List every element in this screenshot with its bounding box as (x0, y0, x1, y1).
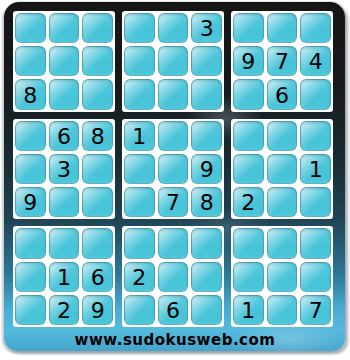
sudoku-box: 17 (231, 226, 333, 327)
sudoku-cell[interactable] (124, 228, 155, 258)
sudoku-cell[interactable] (82, 154, 113, 184)
sudoku-cell[interactable] (191, 121, 222, 151)
sudoku-cell[interactable] (267, 121, 298, 151)
sudoku-cell[interactable] (15, 13, 46, 43)
sudoku-cell[interactable]: 1 (233, 295, 264, 325)
sudoku-cell[interactable] (49, 187, 80, 217)
sudoku-cell[interactable]: 6 (82, 262, 113, 292)
sudoku-cell[interactable] (124, 154, 155, 184)
sudoku-box: 6839 (13, 119, 115, 220)
sudoku-cell[interactable]: 3 (191, 13, 222, 43)
sudoku-cell[interactable]: 4 (300, 46, 331, 76)
sudoku-cell[interactable]: 6 (267, 79, 298, 109)
sudoku-cell[interactable] (158, 262, 189, 292)
sudoku-cell[interactable] (233, 228, 264, 258)
cell-digit: 6 (91, 267, 105, 289)
sudoku-cell[interactable] (15, 46, 46, 76)
cell-digit: 1 (57, 267, 71, 289)
cell-digit: 7 (275, 51, 289, 73)
sudoku-cell[interactable] (300, 13, 331, 43)
sudoku-box: 9746 (231, 11, 333, 112)
sudoku-cell[interactable] (233, 262, 264, 292)
cell-digit: 6 (57, 126, 71, 148)
site-url[interactable]: www.sudokusweb.com (0, 330, 350, 350)
sudoku-cell[interactable]: 6 (49, 121, 80, 151)
sudoku-cell[interactable] (124, 46, 155, 76)
cell-digit: 1 (309, 159, 323, 181)
cell-digit: 6 (275, 85, 289, 107)
sudoku-cell[interactable] (124, 79, 155, 109)
sudoku-cell[interactable]: 9 (233, 46, 264, 76)
sudoku-cell[interactable] (158, 13, 189, 43)
cell-digit: 9 (200, 159, 214, 181)
sudoku-cell[interactable] (300, 187, 331, 217)
sudoku-cell[interactable]: 1 (300, 154, 331, 184)
sudoku-cell[interactable] (267, 187, 298, 217)
cell-digit: 1 (241, 300, 255, 322)
sudoku-cell[interactable] (191, 46, 222, 76)
sudoku-cell[interactable]: 8 (191, 187, 222, 217)
sudoku-cell[interactable] (158, 121, 189, 151)
sudoku-cell[interactable]: 8 (82, 121, 113, 151)
sudoku-cell[interactable]: 2 (233, 187, 264, 217)
sudoku-cell[interactable] (158, 154, 189, 184)
sudoku-cell[interactable] (191, 295, 222, 325)
sudoku-cell[interactable] (49, 79, 80, 109)
sudoku-board: 839746683919781216292617 (13, 11, 333, 327)
sudoku-cell[interactable] (233, 13, 264, 43)
cell-digit: 9 (23, 192, 37, 214)
sudoku-cell[interactable]: 7 (267, 46, 298, 76)
cell-digit: 2 (241, 192, 255, 214)
cell-digit: 3 (200, 18, 214, 40)
sudoku-cell[interactable]: 2 (124, 262, 155, 292)
cell-digit: 2 (132, 267, 146, 289)
sudoku-box: 3 (122, 11, 224, 112)
sudoku-cell[interactable] (15, 295, 46, 325)
sudoku-box: 1978 (122, 119, 224, 220)
cell-digit: 1 (132, 126, 146, 148)
sudoku-cell[interactable] (267, 262, 298, 292)
sudoku-cell[interactable]: 7 (158, 187, 189, 217)
sudoku-cell[interactable] (82, 46, 113, 76)
sudoku-cell[interactable]: 8 (15, 79, 46, 109)
sudoku-cell[interactable]: 9 (15, 187, 46, 217)
cell-digit: 9 (241, 51, 255, 73)
sudoku-cell[interactable] (233, 79, 264, 109)
sudoku-cell[interactable] (233, 154, 264, 184)
sudoku-cell[interactable] (267, 13, 298, 43)
sudoku-cell[interactable] (158, 46, 189, 76)
sudoku-cell[interactable]: 9 (191, 154, 222, 184)
sudoku-cell[interactable] (300, 262, 331, 292)
sudoku-cell[interactable] (82, 13, 113, 43)
cell-digit: 3 (57, 159, 71, 181)
sudoku-cell[interactable] (124, 295, 155, 325)
sudoku-cell[interactable] (191, 228, 222, 258)
sudoku-cell[interactable]: 1 (49, 262, 80, 292)
sudoku-cell[interactable] (15, 228, 46, 258)
sudoku-cell[interactable]: 7 (300, 295, 331, 325)
sudoku-cell[interactable] (191, 262, 222, 292)
sudoku-cell[interactable] (15, 121, 46, 151)
sudoku-cell[interactable] (191, 79, 222, 109)
sudoku-box: 26 (122, 226, 224, 327)
sudoku-cell[interactable] (158, 228, 189, 258)
sudoku-cell[interactable] (15, 262, 46, 292)
cell-digit: 8 (200, 192, 214, 214)
cell-digit: 2 (57, 300, 71, 322)
sudoku-cell[interactable] (49, 228, 80, 258)
cell-digit: 8 (23, 85, 37, 107)
sudoku-cell[interactable] (124, 187, 155, 217)
sudoku-cell[interactable] (15, 154, 46, 184)
sudoku-cell[interactable] (82, 79, 113, 109)
cell-digit: 7 (166, 192, 180, 214)
cell-digit: 8 (91, 126, 105, 148)
sudoku-cell[interactable]: 6 (158, 295, 189, 325)
sudoku-box: 1629 (13, 226, 115, 327)
sudoku-box: 12 (231, 119, 333, 220)
cell-digit: 9 (91, 300, 105, 322)
sudoku-cell[interactable] (124, 13, 155, 43)
sudoku-cell[interactable] (158, 79, 189, 109)
sudoku-cell[interactable]: 3 (49, 154, 80, 184)
sudoku-cell[interactable] (300, 121, 331, 151)
sudoku-cell[interactable]: 1 (124, 121, 155, 151)
sudoku-cell[interactable] (300, 228, 331, 258)
cell-digit: 4 (309, 51, 323, 73)
sudoku-cell[interactable] (267, 228, 298, 258)
sudoku-cell[interactable]: 2 (49, 295, 80, 325)
sudoku-cell[interactable] (233, 121, 264, 151)
sudoku-cell[interactable]: 9 (82, 295, 113, 325)
sudoku-cell[interactable] (267, 295, 298, 325)
sudoku-cell[interactable] (49, 46, 80, 76)
cell-digit: 7 (309, 300, 323, 322)
sudoku-cell[interactable] (82, 228, 113, 258)
sudoku-cell[interactable] (82, 187, 113, 217)
sudoku-box: 8 (13, 11, 115, 112)
sudoku-cell[interactable] (49, 13, 80, 43)
cell-digit: 6 (166, 300, 180, 322)
sudoku-cell[interactable] (300, 79, 331, 109)
sudoku-cell[interactable] (267, 154, 298, 184)
